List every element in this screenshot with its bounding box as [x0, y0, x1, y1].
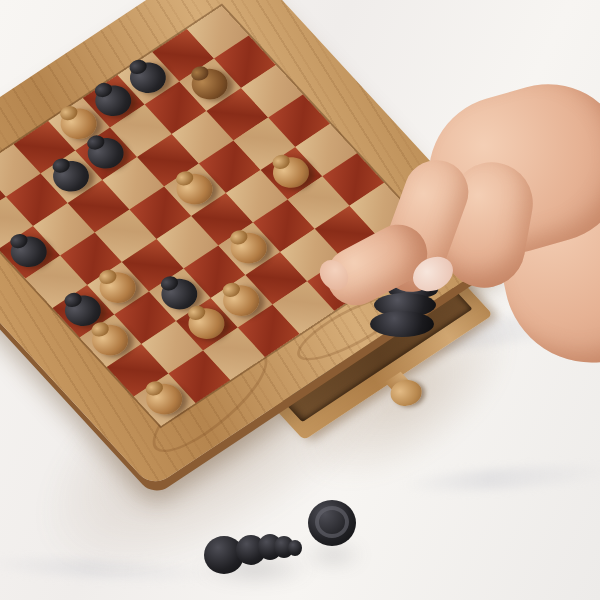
marble-vein: [400, 460, 600, 495]
scene: [0, 0, 600, 600]
marble-vein: [0, 554, 220, 585]
loose-piece-segment: [288, 540, 302, 556]
piece-shadow: [302, 544, 364, 566]
loose-piece-rim: [315, 506, 349, 538]
